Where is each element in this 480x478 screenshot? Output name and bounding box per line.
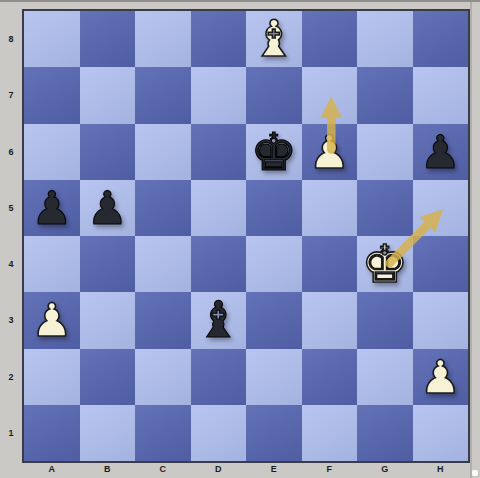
square-h8[interactable]: [413, 11, 469, 67]
rank-label-7: 7: [8, 90, 13, 100]
square-e7[interactable]: [246, 67, 302, 123]
file-label-A: A: [49, 464, 56, 474]
square-d4[interactable]: [191, 236, 247, 292]
rank-label-3: 3: [8, 315, 13, 325]
square-e2[interactable]: [246, 349, 302, 405]
rank-label-6: 6: [8, 147, 13, 157]
square-d2[interactable]: [191, 349, 247, 405]
square-h6[interactable]: ♟: [413, 124, 469, 180]
square-f6[interactable]: ♟: [302, 124, 358, 180]
square-a2[interactable]: [24, 349, 80, 405]
square-b8[interactable]: [80, 11, 136, 67]
square-g5[interactable]: [357, 180, 413, 236]
rank-label-2: 2: [8, 372, 13, 382]
square-g2[interactable]: [357, 349, 413, 405]
piece-black-pawn[interactable]: ♟: [87, 185, 128, 231]
square-a6[interactable]: [24, 124, 80, 180]
chess-app-window: ♝♚♟♟♟♟♚♟♝♟ 87654321ABCDEFGH: [0, 0, 480, 478]
square-c3[interactable]: [135, 292, 191, 348]
piece-white-pawn[interactable]: ♟: [309, 129, 350, 175]
square-e4[interactable]: [246, 236, 302, 292]
square-d3[interactable]: ♝: [191, 292, 247, 348]
frame-groove: [470, 2, 472, 478]
square-g8[interactable]: [357, 11, 413, 67]
square-h5[interactable]: [413, 180, 469, 236]
file-label-B: B: [104, 464, 111, 474]
square-d8[interactable]: [191, 11, 247, 67]
square-c4[interactable]: [135, 236, 191, 292]
square-c8[interactable]: [135, 11, 191, 67]
piece-black-king[interactable]: ♚: [250, 126, 297, 178]
square-c6[interactable]: [135, 124, 191, 180]
file-label-G: G: [381, 464, 388, 474]
square-f4[interactable]: [302, 236, 358, 292]
file-label-C: C: [160, 464, 167, 474]
square-d7[interactable]: [191, 67, 247, 123]
square-b1[interactable]: [80, 405, 136, 461]
square-d1[interactable]: [191, 405, 247, 461]
square-f5[interactable]: [302, 180, 358, 236]
square-a5[interactable]: ♟: [24, 180, 80, 236]
rank-label-4: 4: [8, 259, 13, 269]
rank-label-8: 8: [8, 34, 13, 44]
piece-black-pawn[interactable]: ♟: [420, 129, 461, 175]
square-a8[interactable]: [24, 11, 80, 67]
square-f8[interactable]: [302, 11, 358, 67]
piece-white-bishop[interactable]: ♝: [251, 14, 296, 64]
square-e3[interactable]: [246, 292, 302, 348]
square-c1[interactable]: [135, 405, 191, 461]
square-a3[interactable]: ♟: [24, 292, 80, 348]
square-b4[interactable]: [80, 236, 136, 292]
square-g1[interactable]: [357, 405, 413, 461]
square-d6[interactable]: [191, 124, 247, 180]
rank-label-1: 1: [8, 428, 13, 438]
square-e8[interactable]: ♝: [246, 11, 302, 67]
square-h3[interactable]: [413, 292, 469, 348]
square-a1[interactable]: [24, 405, 80, 461]
piece-white-king[interactable]: ♚: [361, 238, 408, 290]
square-e6[interactable]: ♚: [246, 124, 302, 180]
rank-label-5: 5: [8, 203, 13, 213]
square-c2[interactable]: [135, 349, 191, 405]
square-b6[interactable]: [80, 124, 136, 180]
square-a4[interactable]: [24, 236, 80, 292]
square-f1[interactable]: [302, 405, 358, 461]
square-d5[interactable]: [191, 180, 247, 236]
square-b3[interactable]: [80, 292, 136, 348]
file-label-D: D: [215, 464, 222, 474]
square-h4[interactable]: [413, 236, 469, 292]
square-h1[interactable]: [413, 405, 469, 461]
file-label-F: F: [327, 464, 333, 474]
square-g3[interactable]: [357, 292, 413, 348]
piece-black-bishop[interactable]: ♝: [196, 295, 241, 345]
resize-dot-icon: [472, 470, 478, 476]
piece-white-pawn[interactable]: ♟: [31, 297, 72, 343]
square-h7[interactable]: [413, 67, 469, 123]
square-c7[interactable]: [135, 67, 191, 123]
square-g4[interactable]: ♚: [357, 236, 413, 292]
square-b5[interactable]: ♟: [80, 180, 136, 236]
square-b2[interactable]: [80, 349, 136, 405]
chess-board: ♝♚♟♟♟♟♚♟♝♟: [22, 9, 470, 463]
square-b7[interactable]: [80, 67, 136, 123]
piece-black-pawn[interactable]: ♟: [31, 185, 72, 231]
square-f3[interactable]: [302, 292, 358, 348]
square-h2[interactable]: ♟: [413, 349, 469, 405]
square-e5[interactable]: [246, 180, 302, 236]
file-label-E: E: [271, 464, 277, 474]
square-f2[interactable]: [302, 349, 358, 405]
piece-white-pawn[interactable]: ♟: [420, 354, 461, 400]
square-c5[interactable]: [135, 180, 191, 236]
square-a7[interactable]: [24, 67, 80, 123]
file-label-H: H: [437, 464, 444, 474]
square-e1[interactable]: [246, 405, 302, 461]
square-g6[interactable]: [357, 124, 413, 180]
square-g7[interactable]: [357, 67, 413, 123]
square-f7[interactable]: [302, 67, 358, 123]
